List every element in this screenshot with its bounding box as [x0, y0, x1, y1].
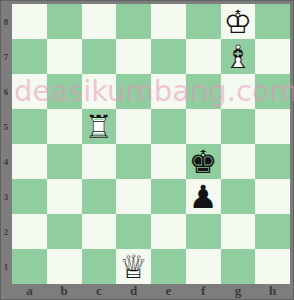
square-e3 — [151, 179, 186, 214]
black-king: ♚ — [186, 144, 221, 179]
square-c6 — [82, 74, 117, 109]
square-e1 — [151, 249, 186, 284]
square-f8 — [186, 4, 221, 39]
white-queen: ♛♕ — [116, 249, 151, 284]
square-g4 — [221, 144, 256, 179]
white-king-glyph: ♔ — [224, 6, 253, 38]
file-label-b: b — [47, 284, 82, 300]
file-label-a: a — [12, 284, 47, 300]
square-d4 — [116, 144, 151, 179]
square-f7 — [186, 39, 221, 74]
square-f6 — [186, 74, 221, 109]
black-king-glyph: ♚ — [189, 146, 218, 178]
rank-label-3: 3 — [0, 179, 12, 214]
white-rook-glyph: ♖ — [85, 111, 114, 143]
file-label-g: g — [221, 284, 256, 300]
square-h4 — [255, 144, 290, 179]
square-h5 — [255, 109, 290, 144]
square-h2 — [255, 214, 290, 249]
square-f4: ♚ — [186, 144, 221, 179]
square-c7 — [82, 39, 117, 74]
square-f1 — [186, 249, 221, 284]
square-c5: ♜♖ — [82, 109, 117, 144]
white-queen-glyph: ♕ — [119, 251, 148, 283]
square-g2 — [221, 214, 256, 249]
rank-label-1: 1 — [0, 249, 12, 284]
square-a1 — [12, 249, 47, 284]
square-c4 — [82, 144, 117, 179]
square-f2 — [186, 214, 221, 249]
square-e7 — [151, 39, 186, 74]
square-d3 — [116, 179, 151, 214]
rank-label-8: 8 — [0, 4, 12, 39]
square-d1: ♛♕ — [116, 249, 151, 284]
square-b6 — [47, 74, 82, 109]
rank-label-4: 4 — [0, 144, 12, 179]
file-label-h: h — [255, 284, 290, 300]
square-e8 — [151, 4, 186, 39]
file-label-f: f — [186, 284, 221, 300]
square-f3: ♟ — [186, 179, 221, 214]
square-h1 — [255, 249, 290, 284]
white-king: ♚♔ — [221, 4, 256, 39]
chess-diagram: 87654321 ♚♔♝♗♜♖♚♟♛♕ abcdefgh deasikumban… — [0, 0, 294, 300]
square-d8 — [116, 4, 151, 39]
square-d7 — [116, 39, 151, 74]
rank-labels: 87654321 — [0, 4, 12, 284]
square-d5 — [116, 109, 151, 144]
rank-label-7: 7 — [0, 39, 12, 74]
file-label-e: e — [151, 284, 186, 300]
square-a6 — [12, 74, 47, 109]
square-a4 — [12, 144, 47, 179]
file-label-d: d — [116, 284, 151, 300]
square-e5 — [151, 109, 186, 144]
rank-label-2: 2 — [0, 214, 12, 249]
square-g7: ♝♗ — [221, 39, 256, 74]
square-b4 — [47, 144, 82, 179]
square-g1 — [221, 249, 256, 284]
white-bishop: ♝♗ — [221, 39, 256, 74]
square-b2 — [47, 214, 82, 249]
chess-board: ♚♔♝♗♜♖♚♟♛♕ — [12, 4, 290, 284]
white-bishop-glyph: ♗ — [224, 41, 253, 73]
file-labels: abcdefgh — [12, 284, 290, 300]
square-h7 — [255, 39, 290, 74]
square-e6 — [151, 74, 186, 109]
square-a2 — [12, 214, 47, 249]
square-b8 — [47, 4, 82, 39]
square-c1 — [82, 249, 117, 284]
square-e4 — [151, 144, 186, 179]
square-c8 — [82, 4, 117, 39]
square-a5 — [12, 109, 47, 144]
square-g5 — [221, 109, 256, 144]
square-d2 — [116, 214, 151, 249]
rank-label-6: 6 — [0, 74, 12, 109]
white-rook: ♜♖ — [82, 109, 117, 144]
black-pawn: ♟ — [186, 179, 221, 214]
square-a3 — [12, 179, 47, 214]
square-b7 — [47, 39, 82, 74]
square-a7 — [12, 39, 47, 74]
rank-label-5: 5 — [0, 109, 12, 144]
square-b5 — [47, 109, 82, 144]
square-g3 — [221, 179, 256, 214]
square-g8: ♚♔ — [221, 4, 256, 39]
black-pawn-glyph: ♟ — [189, 181, 218, 213]
square-a8 — [12, 4, 47, 39]
square-h6 — [255, 74, 290, 109]
file-label-c: c — [82, 284, 117, 300]
square-h3 — [255, 179, 290, 214]
square-d6 — [116, 74, 151, 109]
square-g6 — [221, 74, 256, 109]
square-h8 — [255, 4, 290, 39]
square-c3 — [82, 179, 117, 214]
square-c2 — [82, 214, 117, 249]
square-f5 — [186, 109, 221, 144]
square-b3 — [47, 179, 82, 214]
square-e2 — [151, 214, 186, 249]
square-b1 — [47, 249, 82, 284]
